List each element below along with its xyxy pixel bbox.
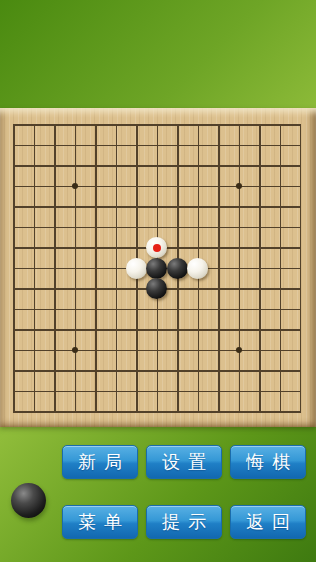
settings-button[interactable]: 设置 xyxy=(146,445,222,479)
undo-button[interactable]: 悔棋 xyxy=(230,445,306,479)
stone-white xyxy=(187,258,208,279)
back-button[interactable]: 返回 xyxy=(230,505,306,539)
stone-black xyxy=(167,258,188,279)
stone-white xyxy=(126,258,147,279)
stone-black xyxy=(146,278,167,299)
turn-indicator-black-stone xyxy=(11,483,46,518)
button-panel: 新局 设置 悔棋 菜单 提示 返回 xyxy=(62,445,306,539)
hint-button[interactable]: 提示 xyxy=(146,505,222,539)
stone-black xyxy=(146,258,167,279)
hint-label: 提示 xyxy=(162,513,214,531)
back-label: 返回 xyxy=(246,513,298,531)
menu-label: 菜单 xyxy=(78,513,130,531)
last-move-marker xyxy=(153,244,161,252)
new-game-button[interactable]: 新局 xyxy=(62,445,138,479)
settings-label: 设置 xyxy=(162,453,214,471)
app-screen: 新局 设置 悔棋 菜单 提示 返回 xyxy=(0,0,316,562)
stones-layer xyxy=(3,114,311,422)
undo-label: 悔棋 xyxy=(246,453,298,471)
menu-button[interactable]: 菜单 xyxy=(62,505,138,539)
stone-white xyxy=(146,237,167,258)
new-game-label: 新局 xyxy=(78,453,130,471)
game-board[interactable] xyxy=(0,108,316,427)
